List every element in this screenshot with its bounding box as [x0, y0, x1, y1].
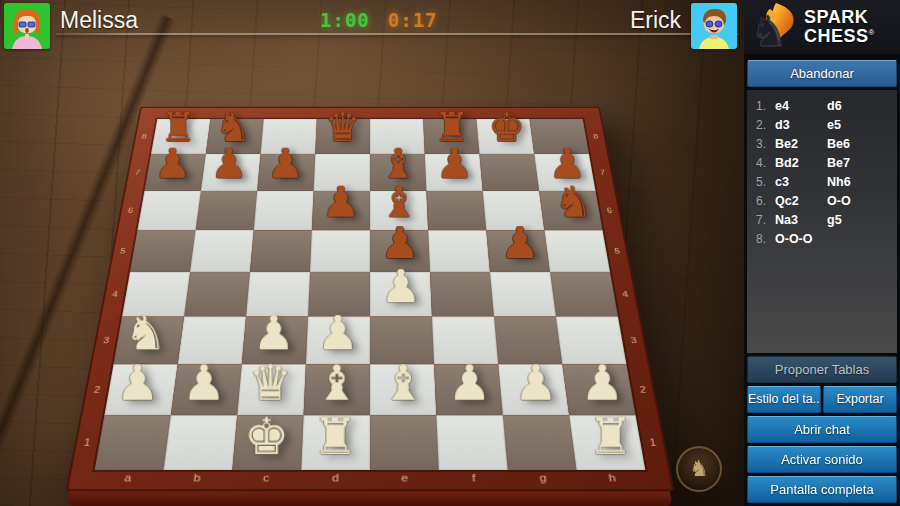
move-number: 5.: [756, 173, 775, 192]
logo-knight-flame-icon: ♞: [746, 1, 802, 53]
white-king[interactable]: ♚: [232, 406, 301, 470]
white-move: e4: [775, 97, 827, 116]
black-knight[interactable]: ♞: [544, 176, 602, 230]
logo-wordmark: SPARK CHESS®: [804, 8, 875, 47]
file-label-b: b: [161, 472, 232, 488]
move-list: 1.e4d62.d3e53.Be2Be64.Bd2Be75.c3Nh66.Qc2…: [747, 90, 897, 353]
move-number: 1.: [756, 97, 775, 116]
file-label-e: e: [370, 472, 440, 488]
move-number: 6.: [756, 192, 775, 211]
file-label-a: a: [91, 472, 163, 488]
svg-text:♞: ♞: [750, 8, 788, 53]
white-pawn[interactable]: ♟: [370, 259, 432, 317]
black-pawn[interactable]: ♟: [312, 176, 370, 230]
white-move: O-O-O: [775, 230, 827, 249]
white-move: Na3: [775, 211, 827, 230]
logo-word-chess: CHESS: [804, 26, 869, 46]
move-row: 1.e4d6: [756, 97, 897, 116]
black-king[interactable]: ♚: [479, 103, 534, 154]
black-pawn[interactable]: ♟: [257, 138, 313, 191]
square-g5[interactable]: ♟: [486, 230, 550, 272]
square-a7[interactable]: ♟: [144, 154, 205, 191]
move-row: 2.d3e5: [756, 116, 897, 135]
square-h4[interactable]: [550, 272, 618, 317]
white-bishop[interactable]: ♝: [370, 353, 436, 415]
move-row: 8.O-O-O: [756, 230, 897, 249]
white-move: c3: [775, 173, 827, 192]
move-row: 6.Qc2O-O: [756, 192, 897, 211]
black-move: g5: [827, 211, 842, 230]
open-chat-button[interactable]: Abrir chat: [747, 416, 897, 443]
square-a6[interactable]: [137, 191, 200, 230]
knight-circle-button[interactable]: ♞: [676, 446, 722, 492]
black-player-name: Erick: [630, 7, 681, 34]
fullscreen-button[interactable]: Pantalla completa: [747, 476, 897, 503]
black-move: O-O: [827, 192, 851, 211]
black-move: Be6: [827, 135, 850, 154]
square-d6[interactable]: ♟: [312, 191, 370, 230]
abandon-button[interactable]: Abandonar: [747, 60, 897, 87]
knight-icon: ♞: [689, 456, 709, 481]
square-f7[interactable]: ♟: [425, 154, 483, 191]
file-label-c: c: [231, 472, 301, 488]
registered-mark: ®: [869, 28, 875, 37]
black-move: d6: [827, 97, 842, 116]
white-move: Bd2: [775, 154, 827, 173]
black-move: Nh6: [827, 173, 851, 192]
square-c1[interactable]: ♚: [232, 415, 303, 470]
melissa-avatar-image: [4, 3, 50, 49]
export-button[interactable]: Exportar: [823, 386, 897, 413]
move-row: 5.c3Nh6: [756, 173, 897, 192]
square-f2[interactable]: ♟: [434, 364, 503, 415]
square-a2[interactable]: ♟: [104, 364, 177, 415]
white-pawn[interactable]: ♟: [436, 353, 502, 415]
white-rook[interactable]: ♜: [301, 406, 370, 470]
game-table-area: Melissa 1:00 0:17 Erick ♜♞♛♜♚♟♟♟♝♟♟♟♝♞♟♟…: [0, 0, 744, 506]
square-b2[interactable]: ♟: [171, 364, 242, 415]
square-f5[interactable]: [428, 230, 490, 272]
square-h1[interactable]: ♜: [569, 415, 645, 470]
white-pawn[interactable]: ♟: [104, 353, 170, 415]
file-label-h: h: [577, 472, 649, 488]
move-row: 7.Na3g5: [756, 211, 897, 230]
board-style-button[interactable]: Estilo del ta...: [747, 386, 821, 413]
white-move: Be2: [775, 135, 827, 154]
square-f1[interactable]: [436, 415, 507, 470]
sidebar: ♞ SPARK CHESS® Abandonar 1.e4d62.d3e53.B…: [744, 0, 900, 506]
black-pawn[interactable]: ♟: [426, 138, 482, 191]
square-f6[interactable]: [426, 191, 486, 230]
black-player-avatar: [691, 3, 737, 49]
square-b5[interactable]: [190, 230, 254, 272]
erick-avatar-image: [691, 3, 737, 49]
move-number: 8.: [756, 230, 775, 249]
square-d8[interactable]: ♛: [315, 119, 370, 154]
logo-word-spark: SPARK: [804, 8, 875, 27]
white-pawn[interactable]: ♟: [171, 353, 237, 415]
square-h5[interactable]: [544, 230, 610, 272]
file-label-d: d: [300, 472, 370, 488]
square-g8[interactable]: ♚: [476, 119, 534, 154]
move-number: 3.: [756, 135, 775, 154]
black-move: Be7: [827, 154, 850, 173]
propose-draw-button[interactable]: Proponer Tablas: [747, 356, 897, 383]
square-c7[interactable]: ♟: [257, 154, 315, 191]
square-g4[interactable]: [490, 272, 556, 317]
square-c6[interactable]: [254, 191, 314, 230]
board-grid[interactable]: ♜♞♛♜♚♟♟♟♝♟♟♟♝♞♟♟♟♞♟♟♟♟♛♝♝♟♟♟♚♜♜: [95, 119, 646, 470]
file-label-f: f: [439, 472, 509, 488]
white-pawn[interactable]: ♟: [503, 353, 569, 415]
square-e2[interactable]: ♝: [370, 364, 436, 415]
square-b7[interactable]: ♟: [201, 154, 261, 191]
white-rook[interactable]: ♜: [576, 406, 645, 470]
move-number: 4.: [756, 154, 775, 173]
board-scene: ♜♞♛♜♚♟♟♟♝♟♟♟♝♞♟♟♟♞♟♟♟♟♛♝♝♟♟♟♚♜♜ abcdefgh…: [108, 10, 632, 506]
square-c5[interactable]: [250, 230, 312, 272]
move-number: 2.: [756, 116, 775, 135]
chess-board[interactable]: ♜♞♛♜♚♟♟♟♝♟♟♟♝♞♟♟♟♞♟♟♟♟♛♝♝♟♟♟♚♜♜ abcdefgh…: [65, 107, 674, 491]
square-g7[interactable]: [479, 154, 539, 191]
black-queen[interactable]: ♛: [315, 103, 370, 154]
file-label-g: g: [508, 472, 579, 488]
square-a5[interactable]: [130, 230, 196, 272]
square-a1[interactable]: [95, 415, 171, 470]
square-b1[interactable]: [164, 415, 238, 470]
square-e1[interactable]: [370, 415, 439, 470]
square-e4[interactable]: ♟: [370, 272, 432, 317]
toggle-sound-button[interactable]: Activar sonido: [747, 446, 897, 473]
square-b6[interactable]: [196, 191, 258, 230]
square-d1[interactable]: ♜: [301, 415, 370, 470]
move-row: 3.Be2Be6: [756, 135, 897, 154]
white-move: Qc2: [775, 192, 827, 211]
square-g2[interactable]: ♟: [498, 364, 569, 415]
square-f4[interactable]: [430, 272, 494, 317]
black-pawn[interactable]: ♟: [144, 138, 200, 191]
sparkchess-logo: ♞ SPARK CHESS®: [744, 0, 900, 54]
black-pawn[interactable]: ♟: [201, 138, 257, 191]
file-labels: abcdefgh: [91, 472, 648, 488]
move-number: 7.: [756, 211, 775, 230]
white-move: d3: [775, 116, 827, 135]
white-player-avatar: [4, 3, 50, 49]
black-pawn[interactable]: ♟: [490, 216, 550, 272]
square-d5[interactable]: [310, 230, 370, 272]
black-move: e5: [827, 116, 841, 135]
square-b4[interactable]: [184, 272, 250, 317]
square-g1[interactable]: [503, 415, 577, 470]
move-row: 4.Bd2Be7: [756, 154, 897, 173]
